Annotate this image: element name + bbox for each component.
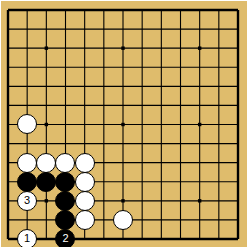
intersection[interactable] [0,39,18,58]
intersection[interactable] [133,77,152,96]
intersection[interactable] [37,134,56,153]
intersection[interactable] [113,0,132,19]
intersection[interactable] [133,134,152,153]
intersection[interactable] [56,20,75,39]
intersection[interactable] [94,134,113,153]
intersection[interactable] [18,0,37,19]
intersection[interactable] [133,39,152,58]
intersection[interactable] [190,58,209,77]
intersection[interactable] [37,115,56,134]
white-stone: 3 [17,191,37,211]
intersection[interactable] [113,96,132,115]
intersection[interactable] [94,77,113,96]
intersection[interactable] [94,229,113,247]
intersection[interactable] [133,96,152,115]
intersection[interactable] [209,191,228,210]
intersection[interactable] [37,0,56,19]
intersection[interactable] [94,153,113,172]
move-number: 2 [62,233,68,244]
intersection[interactable] [18,210,37,229]
black-stone [17,172,37,192]
intersection[interactable] [113,210,132,229]
intersection[interactable]: 1 [18,229,37,247]
black-stone [55,172,75,192]
intersection[interactable] [190,134,209,153]
intersection[interactable] [37,153,56,172]
intersection[interactable] [209,172,228,191]
intersection[interactable] [133,210,152,229]
intersection[interactable] [56,210,75,229]
intersection[interactable] [56,115,75,134]
intersection[interactable] [94,58,113,77]
intersection[interactable] [171,115,190,134]
intersection[interactable] [209,210,228,229]
intersection[interactable] [171,39,190,58]
intersection[interactable] [171,210,190,229]
white-stone [113,210,133,230]
white-stone: 1 [17,229,37,247]
intersection[interactable] [133,191,152,210]
intersection[interactable] [0,77,18,96]
intersection[interactable] [0,191,18,210]
intersection[interactable] [209,58,228,77]
intersection[interactable] [209,0,228,19]
intersection[interactable] [37,172,56,191]
intersection[interactable] [94,115,113,134]
intersection[interactable] [75,115,94,134]
white-stone [75,210,95,230]
intersection[interactable] [171,96,190,115]
intersection[interactable] [228,77,247,96]
intersection[interactable] [18,58,37,77]
intersection[interactable] [18,39,37,58]
intersection[interactable] [209,229,228,247]
intersection[interactable] [190,39,209,58]
intersection[interactable] [190,20,209,39]
intersection[interactable] [94,20,113,39]
intersection[interactable] [94,0,113,19]
intersection[interactable] [37,39,56,58]
intersection[interactable] [113,191,132,210]
intersection[interactable] [56,77,75,96]
intersection[interactable] [228,0,247,19]
white-stone [36,153,56,173]
intersection[interactable] [75,58,94,77]
intersection[interactable] [37,191,56,210]
intersection[interactable] [56,153,75,172]
intersection[interactable] [113,39,132,58]
move-number: 3 [24,195,30,206]
move-number: 1 [24,233,30,244]
intersection[interactable] [75,172,94,191]
white-stone [75,172,95,192]
intersection[interactable] [228,210,247,229]
intersection[interactable] [152,134,171,153]
intersection[interactable] [0,58,18,77]
intersection[interactable] [0,210,18,229]
intersection[interactable] [171,153,190,172]
intersection[interactable] [94,210,113,229]
intersection[interactable] [94,191,113,210]
intersection[interactable] [209,134,228,153]
intersection[interactable] [113,134,132,153]
intersection[interactable] [209,77,228,96]
intersection[interactable] [37,20,56,39]
intersection[interactable] [171,20,190,39]
intersection[interactable] [152,96,171,115]
intersection[interactable] [56,172,75,191]
intersection[interactable] [228,191,247,210]
intersection[interactable] [18,115,37,134]
intersection[interactable] [18,172,37,191]
black-stone [55,191,75,211]
intersection[interactable] [113,58,132,77]
go-diagram: 312 [0,0,247,247]
intersection[interactable] [152,210,171,229]
intersection[interactable] [133,0,152,19]
intersection[interactable] [152,20,171,39]
intersection[interactable] [133,58,152,77]
intersection[interactable] [56,0,75,19]
intersection[interactable] [190,153,209,172]
intersection[interactable]: 3 [18,191,37,210]
intersection[interactable] [228,115,247,134]
intersection[interactable] [133,153,152,172]
intersection[interactable] [0,229,18,247]
intersection[interactable] [18,96,37,115]
intersection[interactable] [152,229,171,247]
intersection[interactable] [190,229,209,247]
intersection[interactable] [152,58,171,77]
intersection[interactable] [171,191,190,210]
intersection[interactable] [190,0,209,19]
intersection[interactable] [190,115,209,134]
black-stone [55,210,75,230]
intersection[interactable] [133,229,152,247]
intersection[interactable] [190,210,209,229]
intersection[interactable] [171,134,190,153]
intersection[interactable] [228,39,247,58]
intersection[interactable] [133,115,152,134]
intersection[interactable] [190,96,209,115]
intersection[interactable] [152,172,171,191]
intersection[interactable] [171,77,190,96]
intersection[interactable] [0,172,18,191]
intersection[interactable] [113,172,132,191]
white-stone [75,153,95,173]
intersection[interactable] [113,115,132,134]
intersection[interactable] [56,58,75,77]
intersection[interactable] [133,172,152,191]
intersection[interactable] [75,153,94,172]
intersection[interactable] [171,172,190,191]
black-stone: 2 [55,229,75,247]
intersection[interactable] [0,115,18,134]
intersection[interactable] [228,172,247,191]
board-grid[interactable]: 312 [0,0,247,247]
intersection[interactable] [113,20,132,39]
intersection[interactable]: 2 [56,229,75,247]
intersection[interactable] [75,20,94,39]
intersection[interactable] [190,77,209,96]
intersection[interactable] [171,0,190,19]
black-stone [36,172,56,192]
intersection[interactable] [209,96,228,115]
intersection[interactable] [171,229,190,247]
intersection[interactable] [209,20,228,39]
intersection[interactable] [75,0,94,19]
intersection[interactable] [37,229,56,247]
intersection[interactable] [133,20,152,39]
intersection[interactable] [75,134,94,153]
intersection[interactable] [18,77,37,96]
intersection[interactable] [228,58,247,77]
intersection[interactable] [209,115,228,134]
white-stone [17,153,37,173]
intersection[interactable] [190,172,209,191]
intersection[interactable] [94,172,113,191]
intersection[interactable] [18,153,37,172]
white-stone [55,153,75,173]
intersection[interactable] [37,96,56,115]
white-stone [75,191,95,211]
intersection[interactable] [228,96,247,115]
intersection[interactable] [228,134,247,153]
intersection[interactable] [152,77,171,96]
intersection[interactable] [56,96,75,115]
intersection[interactable] [56,191,75,210]
intersection[interactable] [37,210,56,229]
intersection[interactable] [152,153,171,172]
intersection[interactable] [75,210,94,229]
intersection[interactable] [113,153,132,172]
intersection[interactable] [152,191,171,210]
intersection[interactable] [0,153,18,172]
intersection[interactable] [18,134,37,153]
intersection[interactable] [75,96,94,115]
intersection[interactable] [152,115,171,134]
intersection[interactable] [0,0,18,19]
intersection[interactable] [152,0,171,19]
intersection[interactable] [75,39,94,58]
intersection[interactable] [56,134,75,153]
intersection[interactable] [190,191,209,210]
intersection[interactable] [209,153,228,172]
intersection[interactable] [228,20,247,39]
intersection[interactable] [228,229,247,247]
intersection[interactable] [0,96,18,115]
white-stone [17,114,37,134]
intersection[interactable] [75,229,94,247]
intersection[interactable] [113,77,132,96]
intersection[interactable] [0,20,18,39]
intersection[interactable] [18,20,37,39]
intersection[interactable] [152,39,171,58]
intersection[interactable] [56,39,75,58]
intersection[interactable] [94,39,113,58]
intersection[interactable] [94,96,113,115]
intersection[interactable] [209,39,228,58]
intersection[interactable] [171,58,190,77]
intersection[interactable] [0,134,18,153]
intersection[interactable] [75,191,94,210]
intersection[interactable] [75,77,94,96]
intersection[interactable] [37,58,56,77]
intersection[interactable] [228,153,247,172]
intersection[interactable] [37,77,56,96]
intersection[interactable] [113,229,132,247]
